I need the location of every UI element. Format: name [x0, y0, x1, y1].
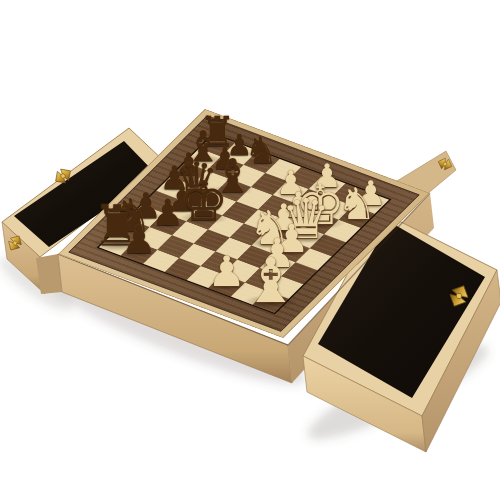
chess-set-photo: ♜♞♟♟♟♝♜♟♟♟♛♟♟♚♝♞♟♟♞♟♟♟♟♟♛♚♝♞♟	[0, 0, 500, 500]
piece-black-pawn-a7[interactable]: ♟	[122, 221, 157, 260]
piece-white-pawn-a3[interactable]: ♟	[208, 251, 246, 293]
piece-black-king-d6[interactable]: ♚	[180, 174, 229, 228]
piece-white-bishop-a1[interactable]: ♝	[243, 251, 298, 313]
